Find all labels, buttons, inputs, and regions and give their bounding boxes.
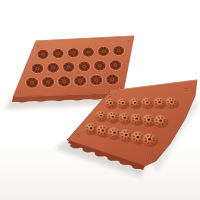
cavity-center-dot: [99, 65, 101, 66]
edge-scallop: [16, 97, 29, 103]
bump-center-hole: [100, 115, 102, 117]
cavity-center-dot: [84, 66, 86, 67]
cavity-center-dot: [52, 67, 54, 68]
corner-hole-center: [110, 95, 111, 96]
edge-scallop: [52, 96, 65, 102]
cavity-center-dot: [42, 54, 43, 55]
bump-center-hole: [136, 136, 139, 138]
bump-center-hole: [90, 127, 93, 129]
corner-hole-center: [119, 88, 120, 89]
bump-center-hole: [170, 101, 173, 103]
bump-center-hole: [158, 101, 161, 103]
edge-scallop: [34, 96, 47, 102]
bump-center-hole: [110, 102, 112, 104]
bump-center-hole: [122, 102, 124, 104]
corner-hole-center: [19, 91, 20, 92]
product-photo-stage: [0, 0, 200, 200]
bump-center-hole: [123, 117, 126, 119]
edge-scallop: [89, 94, 102, 100]
bump-center-hole: [125, 134, 128, 136]
cavity-center-dot: [88, 51, 89, 52]
cavity-center-dot: [115, 64, 117, 65]
bump-center-hole: [148, 138, 151, 140]
cavity-center-dot: [73, 52, 74, 53]
bump-center-hole: [101, 129, 104, 131]
cavity-center-dot: [118, 50, 119, 51]
bump-center-hole: [147, 119, 150, 121]
corner-hole-center: [37, 45, 38, 46]
bump-center-hole: [146, 102, 148, 104]
cavity-center-dot: [68, 66, 70, 67]
cavity-center-dot: [37, 68, 39, 69]
cavity-center-dot: [103, 51, 104, 52]
bump-center-hole: [134, 102, 136, 104]
cavity-center-dot: [63, 81, 65, 82]
bump-center-hole: [135, 118, 138, 120]
corner-hole-center: [148, 153, 149, 154]
cavity-center-dot: [112, 79, 114, 80]
corner-hole-center: [129, 41, 130, 42]
bump-center-hole: [113, 132, 116, 134]
cavity-center-dot: [95, 79, 97, 80]
corner-hole-center: [77, 135, 78, 136]
bump-center-hole: [159, 120, 162, 122]
corner-hole-center: [186, 89, 187, 90]
cavity-center-dot: [47, 81, 49, 82]
silicone-mold-product-photo: [0, 0, 200, 200]
cavity-center-dot: [31, 82, 33, 83]
cavity-center-dot: [57, 53, 58, 54]
bump-center-hole: [112, 116, 115, 118]
edge-scallop: [71, 95, 84, 101]
cavity-center-dot: [79, 80, 81, 81]
